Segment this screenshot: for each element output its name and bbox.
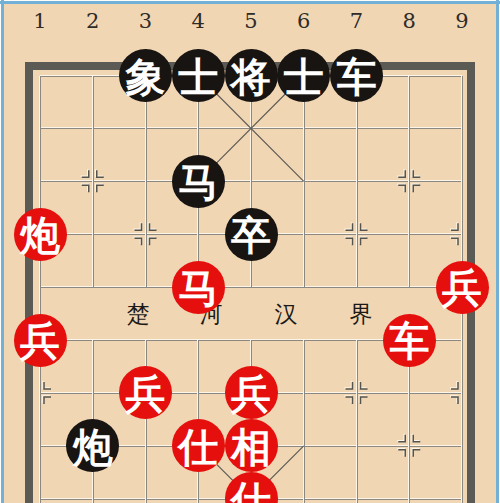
grid-line — [357, 76, 358, 288]
piece-red-soldier[interactable]: 兵 — [225, 366, 278, 419]
piece-glyph: 炮 — [73, 427, 113, 467]
grid-line — [304, 76, 305, 288]
piece-red-elephant[interactable]: 相 — [225, 419, 278, 472]
column-label-5: 5 — [236, 8, 266, 34]
piece-black-elephant[interactable]: 象 — [119, 49, 172, 102]
grid-line — [93, 76, 94, 288]
grid-line — [357, 340, 358, 503]
column-label-8: 8 — [394, 8, 424, 34]
column-label-3: 3 — [131, 8, 161, 34]
piece-glyph: 兵 — [442, 268, 482, 308]
piece-black-soldier[interactable]: 卒 — [225, 208, 278, 261]
piece-glyph: 车 — [337, 57, 377, 97]
piece-glyph: 兵 — [126, 374, 166, 414]
piece-red-advisor[interactable]: 仕 — [225, 472, 278, 503]
window-border-top — [0, 1, 500, 4]
column-label-4: 4 — [183, 8, 213, 34]
grid-line — [146, 340, 147, 503]
column-label-2: 2 — [78, 8, 108, 34]
piece-glyph: 士 — [178, 57, 218, 97]
piece-black-horse[interactable]: 马 — [172, 155, 225, 208]
river-char-han: 汉 — [271, 300, 301, 328]
piece-red-chariot[interactable]: 车 — [383, 314, 436, 367]
piece-red-soldier[interactable]: 兵 — [119, 366, 172, 419]
river-char-chu: 楚 — [123, 300, 153, 328]
piece-red-cannon[interactable]: 炮 — [14, 208, 67, 261]
piece-black-cannon[interactable]: 炮 — [66, 419, 119, 472]
piece-glyph: 仕 — [178, 427, 218, 467]
grid-line — [40, 76, 41, 503]
grid-line — [304, 340, 305, 503]
piece-glyph: 兵 — [20, 321, 60, 361]
grid-line — [40, 287, 462, 288]
piece-glyph: 将 — [231, 57, 271, 97]
column-label-6: 6 — [289, 8, 319, 34]
piece-glyph: 相 — [231, 427, 271, 467]
piece-glyph: 士 — [284, 57, 324, 97]
piece-glyph: 马 — [178, 268, 218, 308]
window-border-right — [496, 0, 499, 503]
river-char-jie: 界 — [346, 300, 376, 328]
piece-black-advisor[interactable]: 士 — [172, 49, 225, 102]
piece-glyph: 炮 — [20, 215, 60, 255]
piece-black-chariot[interactable]: 车 — [330, 49, 383, 102]
piece-red-soldier[interactable]: 兵 — [436, 261, 489, 314]
column-label-7: 7 — [342, 8, 372, 34]
piece-glyph: 仕 — [231, 480, 271, 503]
piece-glyph: 象 — [126, 57, 166, 97]
piece-glyph: 卒 — [231, 215, 271, 255]
grid-line — [146, 76, 147, 288]
piece-glyph: 马 — [178, 162, 218, 202]
window-border-left — [1, 0, 4, 503]
piece-black-general[interactable]: 将 — [225, 49, 278, 102]
xiangqi-app-window: 123456789 楚 河 汉 界 象士将士车马炮卒马兵兵车兵兵炮仕相仕 — [0, 0, 500, 503]
grid-line — [409, 76, 410, 288]
column-label-1: 1 — [25, 8, 55, 34]
piece-glyph: 兵 — [231, 374, 271, 414]
piece-glyph: 车 — [389, 321, 429, 361]
column-label-9: 9 — [447, 8, 477, 34]
piece-black-advisor[interactable]: 士 — [277, 49, 330, 102]
piece-red-advisor[interactable]: 仕 — [172, 419, 225, 472]
piece-red-soldier[interactable]: 兵 — [14, 314, 67, 367]
piece-red-horse[interactable]: 马 — [172, 261, 225, 314]
